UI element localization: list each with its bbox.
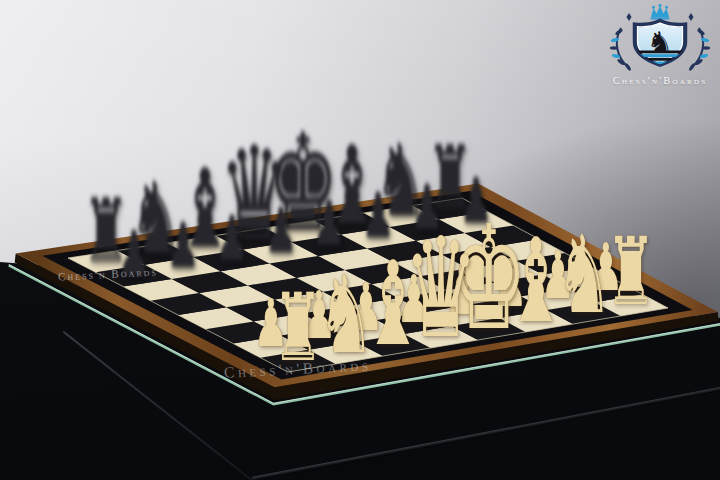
brand-logo: ♞ Chess'n'Boards	[598, 4, 720, 86]
shield-icon: ♞	[635, 21, 685, 65]
logo-knight-icon: ♞	[647, 25, 674, 60]
sparkle-icon	[627, 13, 632, 21]
crown-icon	[651, 4, 670, 20]
sparkle-icon	[689, 13, 694, 21]
logo-wordmark: Chess'n'Boards	[598, 75, 720, 86]
